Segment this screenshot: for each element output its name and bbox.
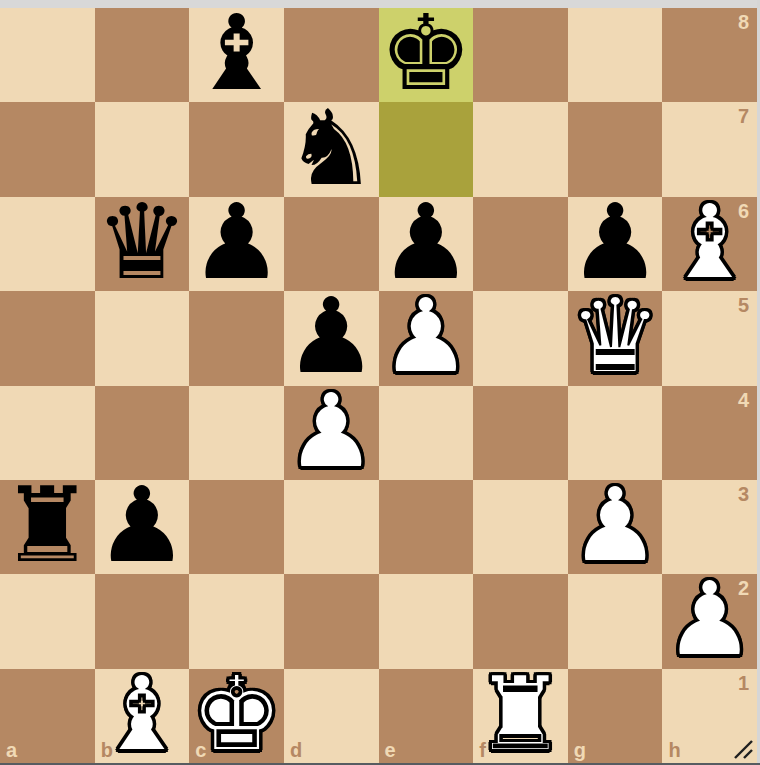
square-h3[interactable]: 3 (662, 480, 757, 574)
square-a5[interactable] (0, 291, 95, 385)
window-top-edge (0, 0, 760, 8)
rank-label-3: 3 (738, 484, 749, 504)
file-label-g: g (574, 740, 586, 760)
square-a7[interactable] (0, 102, 95, 196)
resize-handle-icon[interactable] (733, 739, 753, 759)
square-e2[interactable] (379, 574, 474, 668)
chess-board-window: ♝♚8♞7♛♟♟♟♝6♟♟♛5♟4♜♟♟3♟2a♝b♚cde♜fg1h (0, 0, 760, 765)
square-c1[interactable]: ♚c (189, 669, 284, 763)
square-d4[interactable]: ♟ (284, 386, 379, 480)
square-c8[interactable]: ♝ (189, 8, 284, 102)
white-bishop[interactable]: ♝ (663, 195, 756, 289)
square-b1[interactable]: ♝b (95, 669, 190, 763)
square-h2[interactable]: ♟2 (662, 574, 757, 668)
square-g3[interactable]: ♟ (568, 480, 663, 574)
rank-label-4: 4 (738, 390, 749, 410)
rank-label-1: 1 (738, 673, 749, 693)
square-g5[interactable]: ♛ (568, 291, 663, 385)
square-c7[interactable] (189, 102, 284, 196)
square-a8[interactable] (0, 8, 95, 102)
square-b6[interactable]: ♛ (95, 197, 190, 291)
square-c3[interactable] (189, 480, 284, 574)
square-d7[interactable]: ♞ (284, 102, 379, 196)
black-pawn[interactable]: ♟ (190, 195, 283, 289)
square-f7[interactable] (473, 102, 568, 196)
square-g7[interactable] (568, 102, 663, 196)
square-g8[interactable] (568, 8, 663, 102)
square-a3[interactable]: ♜ (0, 480, 95, 574)
square-e8[interactable]: ♚ (379, 8, 474, 102)
file-label-d: d (290, 740, 302, 760)
square-h6[interactable]: ♝6 (662, 197, 757, 291)
black-knight[interactable]: ♞ (285, 101, 378, 195)
black-pawn[interactable]: ♟ (285, 289, 378, 383)
square-d3[interactable] (284, 480, 379, 574)
white-pawn[interactable]: ♟ (379, 289, 472, 383)
rank-label-6: 6 (738, 201, 749, 221)
square-a2[interactable] (0, 574, 95, 668)
white-pawn[interactable]: ♟ (285, 384, 378, 478)
square-h4[interactable]: 4 (662, 386, 757, 480)
white-bishop[interactable]: ♝ (95, 667, 188, 761)
white-pawn[interactable]: ♟ (568, 478, 661, 572)
chess-board: ♝♚8♞7♛♟♟♟♝6♟♟♛5♟4♜♟♟3♟2a♝b♚cde♜fg1h (0, 8, 757, 763)
white-pawn[interactable]: ♟ (663, 572, 756, 666)
square-f5[interactable] (473, 291, 568, 385)
square-g4[interactable] (568, 386, 663, 480)
rank-label-8: 8 (738, 12, 749, 32)
black-king[interactable]: ♚ (379, 6, 472, 100)
square-f4[interactable] (473, 386, 568, 480)
rank-label-5: 5 (738, 295, 749, 315)
square-c5[interactable] (189, 291, 284, 385)
file-label-c: c (195, 740, 206, 760)
square-h8[interactable]: 8 (662, 8, 757, 102)
white-king[interactable]: ♚ (190, 667, 283, 761)
square-f8[interactable] (473, 8, 568, 102)
file-label-a: a (6, 740, 17, 760)
rank-label-2: 2 (738, 578, 749, 598)
white-queen[interactable]: ♛ (568, 289, 661, 383)
square-b5[interactable] (95, 291, 190, 385)
square-c6[interactable]: ♟ (189, 197, 284, 291)
square-e1[interactable]: e (379, 669, 474, 763)
square-e6[interactable]: ♟ (379, 197, 474, 291)
square-g1[interactable]: g (568, 669, 663, 763)
rank-label-7: 7 (738, 106, 749, 126)
square-h7[interactable]: 7 (662, 102, 757, 196)
square-g6[interactable]: ♟ (568, 197, 663, 291)
black-pawn[interactable]: ♟ (95, 478, 188, 572)
square-d6[interactable] (284, 197, 379, 291)
square-h5[interactable]: 5 (662, 291, 757, 385)
square-d1[interactable]: d (284, 669, 379, 763)
black-pawn[interactable]: ♟ (379, 195, 472, 289)
black-bishop[interactable]: ♝ (190, 6, 283, 100)
square-b4[interactable] (95, 386, 190, 480)
white-rook[interactable]: ♜ (474, 667, 567, 761)
square-b8[interactable] (95, 8, 190, 102)
square-d8[interactable] (284, 8, 379, 102)
black-rook[interactable]: ♜ (1, 478, 94, 572)
file-label-h: h (668, 740, 680, 760)
square-b2[interactable] (95, 574, 190, 668)
square-b3[interactable]: ♟ (95, 480, 190, 574)
square-g2[interactable] (568, 574, 663, 668)
file-label-f: f (479, 740, 486, 760)
square-f2[interactable] (473, 574, 568, 668)
square-d2[interactable] (284, 574, 379, 668)
square-b7[interactable] (95, 102, 190, 196)
square-e3[interactable] (379, 480, 474, 574)
square-f6[interactable] (473, 197, 568, 291)
square-f3[interactable] (473, 480, 568, 574)
square-a1[interactable]: a (0, 669, 95, 763)
square-a6[interactable] (0, 197, 95, 291)
square-a4[interactable] (0, 386, 95, 480)
square-c4[interactable] (189, 386, 284, 480)
square-d5[interactable]: ♟ (284, 291, 379, 385)
black-pawn[interactable]: ♟ (568, 195, 661, 289)
square-f1[interactable]: ♜f (473, 669, 568, 763)
square-e7[interactable] (379, 102, 474, 196)
square-c2[interactable] (189, 574, 284, 668)
file-label-e: e (385, 740, 396, 760)
square-e4[interactable] (379, 386, 474, 480)
file-label-b: b (101, 740, 113, 760)
square-e5[interactable]: ♟ (379, 291, 474, 385)
black-queen[interactable]: ♛ (95, 195, 188, 289)
